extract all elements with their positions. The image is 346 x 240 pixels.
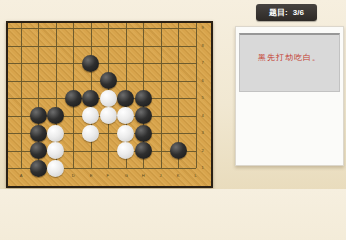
black-stone[interactable] [135, 125, 152, 142]
column-label: L [194, 174, 196, 178]
white-stone[interactable] [100, 90, 117, 107]
black-stone[interactable] [170, 142, 187, 159]
row-label: 9 [201, 26, 203, 30]
black-stone[interactable] [135, 90, 152, 107]
black-stone[interactable] [30, 107, 47, 124]
problem-panel: 黑先打劫吃白。 [235, 26, 344, 166]
grid-line-horizontal [8, 46, 196, 47]
white-stone[interactable] [117, 125, 134, 142]
black-stone[interactable] [47, 107, 64, 124]
question-box: 黑先打劫吃白。 [239, 33, 340, 92]
grid-line-horizontal [8, 28, 196, 29]
row-label: 2 [201, 148, 203, 152]
white-stone[interactable] [82, 107, 99, 124]
column-label: F [107, 174, 109, 178]
row-label: 5 [201, 96, 203, 100]
column-label: E [89, 174, 92, 178]
white-stone[interactable] [47, 125, 64, 142]
problem-title-bar: 题目: 3/6 [256, 4, 317, 21]
black-stone[interactable] [30, 125, 47, 142]
row-label: 3 [201, 131, 203, 135]
row-label: 6 [201, 78, 203, 82]
problem-progress: 3/6 [293, 8, 304, 17]
black-stone[interactable] [135, 142, 152, 159]
grid-line-vertical [196, 23, 197, 168]
black-stone[interactable] [135, 107, 152, 124]
column-label: H [142, 174, 145, 178]
instruction-text: 黑先打劫吃白。 [240, 52, 339, 63]
go-board[interactable]: ABCDEFGHJKL987654321 [6, 21, 213, 188]
black-stone[interactable] [30, 160, 47, 177]
black-stone[interactable] [65, 90, 82, 107]
white-stone[interactable] [47, 142, 64, 159]
white-stone[interactable] [47, 160, 64, 177]
white-stone[interactable] [117, 107, 134, 124]
white-stone[interactable] [117, 142, 134, 159]
column-label: G [124, 174, 127, 178]
black-stone[interactable] [30, 142, 47, 159]
black-stone[interactable] [117, 90, 134, 107]
column-label: K [177, 174, 180, 178]
column-label: J [159, 174, 161, 178]
go-board-grid: ABCDEFGHJKL987654321 [8, 23, 211, 186]
white-stone[interactable] [100, 107, 117, 124]
row-label: 1 [201, 166, 203, 170]
row-label: 7 [201, 61, 203, 65]
row-label: 4 [201, 113, 203, 117]
column-label: D [72, 174, 75, 178]
row-label: 8 [201, 43, 203, 47]
black-stone[interactable] [82, 55, 99, 72]
grid-line-horizontal [8, 63, 196, 64]
black-stone[interactable] [82, 90, 99, 107]
problem-label: 题目: [269, 7, 288, 18]
black-stone[interactable] [100, 72, 117, 89]
column-label: A [20, 174, 23, 178]
white-stone[interactable] [82, 125, 99, 142]
